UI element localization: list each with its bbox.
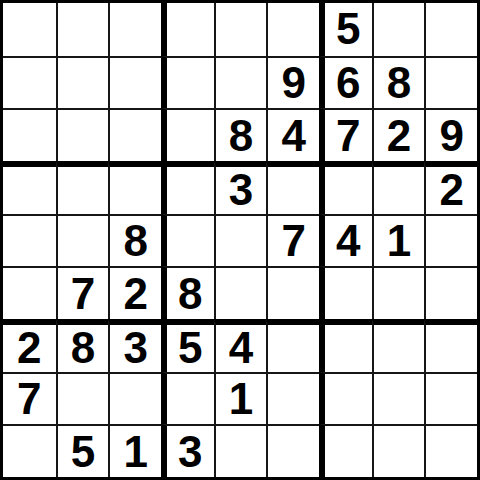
- cell-r9c1[interactable]: [3, 424, 56, 477]
- cell-r3c5: 8: [214, 108, 267, 161]
- cell-r1c5[interactable]: [214, 3, 267, 56]
- cell-r3c9: 9: [424, 108, 477, 161]
- cell-r4c9: 2: [424, 161, 477, 214]
- cell-r8c9[interactable]: [424, 372, 477, 425]
- cell-r8c6[interactable]: [266, 372, 319, 425]
- cell-r9c6[interactable]: [266, 424, 319, 477]
- cell-r1c7: 5: [319, 3, 372, 56]
- cell-r5c7: 4: [319, 214, 372, 267]
- cell-r8c8[interactable]: [372, 372, 425, 425]
- cell-r9c8[interactable]: [372, 424, 425, 477]
- cell-r6c9[interactable]: [424, 266, 477, 319]
- cell-r7c7[interactable]: [319, 319, 372, 372]
- cell-r6c3: 2: [108, 266, 161, 319]
- cell-r1c6[interactable]: [266, 3, 319, 56]
- cell-r3c6: 4: [266, 108, 319, 161]
- cell-r4c8[interactable]: [372, 161, 425, 214]
- cell-r4c3[interactable]: [108, 161, 161, 214]
- cell-r3c4[interactable]: [161, 108, 214, 161]
- cell-r5c6: 7: [266, 214, 319, 267]
- cell-r2c3[interactable]: [108, 56, 161, 109]
- cell-r7c3: 3: [108, 319, 161, 372]
- cell-r7c5: 4: [214, 319, 267, 372]
- cell-r2c2[interactable]: [56, 56, 109, 109]
- cell-r5c1[interactable]: [3, 214, 56, 267]
- cell-r9c4: 3: [161, 424, 214, 477]
- cell-r4c5: 3: [214, 161, 267, 214]
- cell-r8c5: 1: [214, 372, 267, 425]
- cell-r2c7: 6: [319, 56, 372, 109]
- cell-r6c2: 7: [56, 266, 109, 319]
- cell-r3c2[interactable]: [56, 108, 109, 161]
- cell-r9c7[interactable]: [319, 424, 372, 477]
- cell-r9c9[interactable]: [424, 424, 477, 477]
- cell-r6c5[interactable]: [214, 266, 267, 319]
- cell-r7c8[interactable]: [372, 319, 425, 372]
- cell-r7c9[interactable]: [424, 319, 477, 372]
- cell-r3c1[interactable]: [3, 108, 56, 161]
- cell-r5c4[interactable]: [161, 214, 214, 267]
- cell-r6c4: 8: [161, 266, 214, 319]
- cell-r3c3[interactable]: [108, 108, 161, 161]
- cell-r4c4[interactable]: [161, 161, 214, 214]
- cell-r4c6[interactable]: [266, 161, 319, 214]
- cell-r5c3: 8: [108, 214, 161, 267]
- cell-r4c7[interactable]: [319, 161, 372, 214]
- cell-r8c2[interactable]: [56, 372, 109, 425]
- cell-r1c2[interactable]: [56, 3, 109, 56]
- cell-r8c3[interactable]: [108, 372, 161, 425]
- cell-r9c5[interactable]: [214, 424, 267, 477]
- cell-r1c9[interactable]: [424, 3, 477, 56]
- cell-r4c2[interactable]: [56, 161, 109, 214]
- sudoku-page: 5968847293287417282835471513: [0, 0, 480, 480]
- cell-r2c9[interactable]: [424, 56, 477, 109]
- cell-r8c4[interactable]: [161, 372, 214, 425]
- cell-r8c1: 7: [3, 372, 56, 425]
- cell-r1c3[interactable]: [108, 3, 161, 56]
- cell-r3c7: 7: [319, 108, 372, 161]
- cell-r7c1: 2: [3, 319, 56, 372]
- cell-r5c9[interactable]: [424, 214, 477, 267]
- cell-r6c7[interactable]: [319, 266, 372, 319]
- cell-r1c8[interactable]: [372, 3, 425, 56]
- cell-r4c1[interactable]: [3, 161, 56, 214]
- cell-r1c1[interactable]: [3, 3, 56, 56]
- cell-r6c6[interactable]: [266, 266, 319, 319]
- cell-r9c3: 1: [108, 424, 161, 477]
- cell-r9c2: 5: [56, 424, 109, 477]
- cell-r5c2[interactable]: [56, 214, 109, 267]
- cell-r2c5[interactable]: [214, 56, 267, 109]
- cell-r7c4: 5: [161, 319, 214, 372]
- cell-r7c6[interactable]: [266, 319, 319, 372]
- cell-r6c8[interactable]: [372, 266, 425, 319]
- cell-r5c5[interactable]: [214, 214, 267, 267]
- cell-r5c8: 1: [372, 214, 425, 267]
- cell-r2c1[interactable]: [3, 56, 56, 109]
- cell-r2c4[interactable]: [161, 56, 214, 109]
- cell-r1c4[interactable]: [161, 3, 214, 56]
- cell-r2c6: 9: [266, 56, 319, 109]
- cell-r8c7[interactable]: [319, 372, 372, 425]
- cell-r3c8: 2: [372, 108, 425, 161]
- cell-r7c2: 8: [56, 319, 109, 372]
- cell-r2c8: 8: [372, 56, 425, 109]
- sudoku-board: 5968847293287417282835471513: [0, 0, 480, 480]
- cell-r6c1[interactable]: [3, 266, 56, 319]
